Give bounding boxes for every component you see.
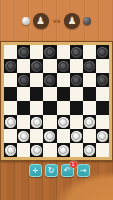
checker-piece-light[interactable] (58, 145, 69, 156)
square-g6 (83, 73, 96, 87)
forward-button[interactable]: → (77, 164, 90, 177)
square-e8 (57, 45, 70, 59)
square-h4[interactable] (96, 101, 109, 115)
square-g3[interactable] (83, 115, 96, 129)
square-b4[interactable] (17, 101, 30, 115)
square-g2 (83, 129, 96, 143)
square-a2 (4, 129, 17, 143)
undo-button[interactable]: ↶1 (61, 164, 74, 177)
square-g5[interactable] (83, 87, 96, 101)
square-e4 (57, 101, 70, 115)
square-d6[interactable] (43, 73, 56, 87)
checker-piece-dark[interactable] (31, 61, 42, 72)
square-e6 (57, 73, 70, 87)
checker-piece-dark[interactable] (97, 75, 108, 86)
match-header: ♟ vs ♟ (0, 0, 113, 41)
square-c7[interactable] (30, 59, 43, 73)
square-f7 (70, 59, 83, 73)
square-f1 (70, 143, 83, 157)
square-h3 (96, 115, 109, 129)
square-a1[interactable] (4, 143, 17, 157)
checker-piece-light[interactable] (44, 131, 55, 142)
square-f8[interactable] (70, 45, 83, 59)
square-h2[interactable] (96, 129, 109, 143)
restart-button[interactable]: ↻ (45, 164, 58, 177)
square-b3 (17, 115, 30, 129)
square-d3 (43, 115, 56, 129)
square-c8 (30, 45, 43, 59)
player-avatar-left[interactable]: ♟ (33, 13, 49, 29)
square-b8[interactable] (17, 45, 30, 59)
square-a4 (4, 101, 17, 115)
checker-piece-dark[interactable] (84, 61, 95, 72)
pawn-icon: ♟ (36, 16, 45, 26)
square-c5[interactable] (30, 87, 43, 101)
checker-piece-light[interactable] (5, 117, 16, 128)
square-f2[interactable] (70, 129, 83, 143)
square-a7[interactable] (4, 59, 17, 73)
checker-piece-light[interactable] (84, 145, 95, 156)
checker-piece-dark[interactable] (58, 61, 69, 72)
checkers-app-screen: ♟ vs ♟ +↻↶1→ (0, 0, 113, 200)
checker-piece-dark[interactable] (44, 47, 55, 58)
checker-piece-dark[interactable] (5, 61, 16, 72)
white-piece-indicator (22, 17, 30, 25)
square-a8 (4, 45, 17, 59)
square-b1 (17, 143, 30, 157)
new-game-button[interactable]: + (29, 164, 42, 177)
square-c6 (30, 73, 43, 87)
player-avatar-right[interactable]: ♟ (64, 13, 80, 29)
new-game-icon: + (32, 167, 39, 175)
checker-piece-light[interactable] (84, 117, 95, 128)
toolbar: +↻↶1→ (5, 164, 113, 180)
pawn-icon: ♟ (68, 16, 77, 26)
square-d1 (43, 143, 56, 157)
checker-piece-dark[interactable] (97, 47, 108, 58)
checkers-board (4, 45, 109, 157)
square-f6[interactable] (70, 73, 83, 87)
checker-piece-dark[interactable] (18, 47, 29, 58)
square-d7 (43, 59, 56, 73)
checker-piece-dark[interactable] (18, 75, 29, 86)
square-h1 (96, 143, 109, 157)
square-d8[interactable] (43, 45, 56, 59)
checker-piece-light[interactable] (71, 131, 82, 142)
undo-icon: ↶ (64, 167, 71, 175)
square-b2[interactable] (17, 129, 30, 143)
square-e1[interactable] (57, 143, 70, 157)
checker-piece-light[interactable] (31, 117, 42, 128)
checker-piece-dark[interactable] (71, 47, 82, 58)
restart-icon: ↻ (48, 167, 55, 175)
square-g4 (83, 101, 96, 115)
black-piece-indicator (83, 17, 91, 25)
square-b6[interactable] (17, 73, 30, 87)
square-g1[interactable] (83, 143, 96, 157)
square-a6 (4, 73, 17, 87)
checker-piece-light[interactable] (97, 131, 108, 142)
square-e5[interactable] (57, 87, 70, 101)
checker-piece-dark[interactable] (71, 75, 82, 86)
square-e3[interactable] (57, 115, 70, 129)
square-h8[interactable] (96, 45, 109, 59)
checker-piece-light[interactable] (18, 131, 29, 142)
square-d5 (43, 87, 56, 101)
square-g8 (83, 45, 96, 59)
checker-piece-light[interactable] (5, 145, 16, 156)
square-h7 (96, 59, 109, 73)
square-f3 (70, 115, 83, 129)
checker-piece-light[interactable] (31, 145, 42, 156)
square-h6[interactable] (96, 73, 109, 87)
square-e2 (57, 129, 70, 143)
square-d4[interactable] (43, 101, 56, 115)
square-g7[interactable] (83, 59, 96, 73)
vs-label: vs (53, 17, 60, 24)
square-f4[interactable] (70, 101, 83, 115)
square-a5[interactable] (4, 87, 17, 101)
checker-piece-dark[interactable] (44, 75, 55, 86)
square-e7[interactable] (57, 59, 70, 73)
square-b5 (17, 87, 30, 101)
checker-piece-light[interactable] (58, 117, 69, 128)
square-f5 (70, 87, 83, 101)
square-d2[interactable] (43, 129, 56, 143)
square-c3[interactable] (30, 115, 43, 129)
square-b7 (17, 59, 30, 73)
square-a3[interactable] (4, 115, 17, 129)
square-h5 (96, 87, 109, 101)
square-c2 (30, 129, 43, 143)
forward-icon: → (80, 167, 87, 175)
board-frame (0, 41, 113, 161)
square-c4 (30, 101, 43, 115)
square-c1[interactable] (30, 143, 43, 157)
